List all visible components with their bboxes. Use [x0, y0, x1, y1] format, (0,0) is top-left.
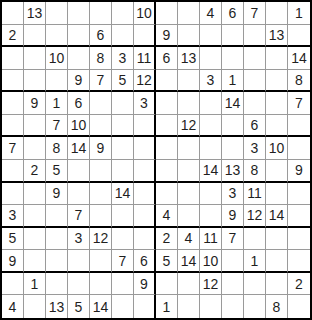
empty-cell-r7c6[interactable]: [112, 137, 134, 160]
empty-cell-r5c13[interactable]: [266, 92, 288, 115]
given-cell-r12c1: 9: [2, 250, 24, 273]
given-cell-r14c5: 14: [90, 295, 112, 318]
given-cell-r5c4: 6: [68, 92, 90, 115]
empty-cell-r8c7[interactable]: [134, 160, 156, 183]
empty-cell-r8c1[interactable]: [2, 160, 24, 183]
empty-cell-r12c4[interactable]: [68, 250, 90, 273]
given-cell-r8c3: 5: [46, 160, 68, 183]
given-cell-r3c3: 10: [46, 47, 68, 70]
empty-cell-r6c13[interactable]: [266, 115, 288, 138]
empty-cell-r1c13[interactable]: [266, 2, 288, 25]
empty-cell-r4c2[interactable]: [24, 70, 46, 93]
empty-cell-r3c10[interactable]: [200, 47, 222, 70]
empty-cell-r11c7[interactable]: [134, 228, 156, 251]
empty-cell-r12c11[interactable]: [222, 250, 244, 273]
empty-cell-r2c10[interactable]: [200, 25, 222, 48]
given-cell-r1c12: 7: [244, 2, 266, 25]
given-cell-r12c8: 5: [156, 250, 178, 273]
empty-cell-r13c13[interactable]: [266, 273, 288, 296]
given-cell-r11c9: 4: [178, 228, 200, 251]
empty-cell-r11c14[interactable]: [288, 228, 310, 251]
empty-cell-r6c5[interactable]: [90, 115, 112, 138]
empty-cell-r7c2[interactable]: [24, 137, 46, 160]
empty-cell-r9c8[interactable]: [156, 183, 178, 206]
empty-cell-r14c12[interactable]: [244, 295, 266, 318]
given-cell-r4c4: 9: [68, 70, 90, 93]
empty-cell-r6c1[interactable]: [2, 115, 24, 138]
empty-cell-r13c1[interactable]: [2, 273, 24, 296]
given-cell-r9c6: 14: [112, 183, 134, 206]
given-cell-r11c1: 5: [2, 228, 24, 251]
empty-cell-r7c7[interactable]: [134, 137, 156, 160]
given-cell-r8c2: 2: [24, 160, 46, 183]
given-cell-r5c3: 1: [46, 92, 68, 115]
empty-cell-r11c6[interactable]: [112, 228, 134, 251]
given-cell-r1c7: 10: [134, 2, 156, 25]
empty-cell-r5c1[interactable]: [2, 92, 24, 115]
given-cell-r2c5: 6: [90, 25, 112, 48]
given-cell-r10c13: 14: [266, 205, 288, 228]
empty-cell-r9c10[interactable]: [200, 183, 222, 206]
empty-cell-r13c12[interactable]: [244, 273, 266, 296]
empty-cell-r13c5[interactable]: [90, 273, 112, 296]
given-cell-r6c3: 7: [46, 115, 68, 138]
empty-cell-r1c9[interactable]: [178, 2, 200, 25]
empty-cell-r8c9[interactable]: [178, 160, 200, 183]
given-cell-r10c4: 7: [68, 205, 90, 228]
empty-cell-r5c5[interactable]: [90, 92, 112, 115]
empty-cell-r10c14[interactable]: [288, 205, 310, 228]
empty-cell-r6c10[interactable]: [200, 115, 222, 138]
empty-cell-r14c9[interactable]: [178, 295, 200, 318]
empty-cell-r9c14[interactable]: [288, 183, 310, 206]
empty-cell-r13c11[interactable]: [222, 273, 244, 296]
given-cell-r10c11: 9: [222, 205, 244, 228]
empty-cell-r13c4[interactable]: [68, 273, 90, 296]
given-cell-r8c10: 14: [200, 160, 222, 183]
given-cell-r8c14: 9: [288, 160, 310, 183]
empty-cell-r5c10[interactable]: [200, 92, 222, 115]
given-cell-r3c8: 6: [156, 47, 178, 70]
empty-cell-r14c6[interactable]: [112, 295, 134, 318]
given-cell-r4c5: 7: [90, 70, 112, 93]
given-cell-r6c4: 10: [68, 115, 90, 138]
empty-cell-r8c8[interactable]: [156, 160, 178, 183]
empty-cell-r10c9[interactable]: [178, 205, 200, 228]
given-cell-r9c12: 11: [244, 183, 266, 206]
given-cell-r1c10: 4: [200, 2, 222, 25]
given-cell-r9c3: 9: [46, 183, 68, 206]
given-cell-r5c7: 3: [134, 92, 156, 115]
empty-cell-r10c7[interactable]: [134, 205, 156, 228]
empty-cell-r2c4[interactable]: [68, 25, 90, 48]
empty-cell-r5c6[interactable]: [112, 92, 134, 115]
given-cell-r13c10: 12: [200, 273, 222, 296]
given-cell-r11c5: 12: [90, 228, 112, 251]
empty-cell-r14c14[interactable]: [288, 295, 310, 318]
given-cell-r7c5: 9: [90, 137, 112, 160]
given-cell-r1c14: 1: [288, 2, 310, 25]
empty-cell-r1c6[interactable]: [112, 2, 134, 25]
empty-cell-r6c14[interactable]: [288, 115, 310, 138]
empty-cell-r2c14[interactable]: [288, 25, 310, 48]
empty-cell-r3c13[interactable]: [266, 47, 288, 70]
empty-cell-r9c9[interactable]: [178, 183, 200, 206]
empty-cell-r1c5[interactable]: [90, 2, 112, 25]
empty-cell-r12c13[interactable]: [266, 250, 288, 273]
given-cell-r7c12: 3: [244, 137, 266, 160]
given-cell-r3c6: 3: [112, 47, 134, 70]
given-cell-r14c8: 1: [156, 295, 178, 318]
empty-cell-r6c7[interactable]: [134, 115, 156, 138]
given-cell-r4c11: 1: [222, 70, 244, 93]
empty-cell-r5c12[interactable]: [244, 92, 266, 115]
empty-cell-r7c8[interactable]: [156, 137, 178, 160]
given-cell-r9c11: 3: [222, 183, 244, 206]
given-cell-r14c3: 13: [46, 295, 68, 318]
empty-cell-r2c11[interactable]: [222, 25, 244, 48]
empty-cell-r8c4[interactable]: [68, 160, 90, 183]
given-cell-r5c14: 7: [288, 92, 310, 115]
empty-cell-r3c4[interactable]: [68, 47, 90, 70]
given-cell-r12c9: 14: [178, 250, 200, 273]
empty-cell-r10c10[interactable]: [200, 205, 222, 228]
given-cell-r4c6: 5: [112, 70, 134, 93]
empty-cell-r2c2[interactable]: [24, 25, 46, 48]
empty-cell-r9c5[interactable]: [90, 183, 112, 206]
empty-cell-r2c12[interactable]: [244, 25, 266, 48]
empty-cell-r3c1[interactable]: [2, 47, 24, 70]
empty-cell-r14c11[interactable]: [222, 295, 244, 318]
given-cell-r12c10: 10: [200, 250, 222, 273]
given-cell-r6c12: 6: [244, 115, 266, 138]
empty-cell-r6c2[interactable]: [24, 115, 46, 138]
given-cell-r2c13: 13: [266, 25, 288, 48]
empty-cell-r7c11[interactable]: [222, 137, 244, 160]
given-cell-r11c8: 2: [156, 228, 178, 251]
empty-cell-r4c1[interactable]: [2, 70, 24, 93]
given-cell-r4c14: 8: [288, 70, 310, 93]
given-cell-r11c4: 3: [68, 228, 90, 251]
empty-cell-r1c3[interactable]: [46, 2, 68, 25]
given-cell-r7c1: 7: [2, 137, 24, 160]
given-cell-r10c12: 12: [244, 205, 266, 228]
empty-cell-r7c10[interactable]: [200, 137, 222, 160]
empty-cell-r5c8[interactable]: [156, 92, 178, 115]
empty-cell-r5c9[interactable]: [178, 92, 200, 115]
empty-cell-r10c2[interactable]: [24, 205, 46, 228]
empty-cell-r1c1[interactable]: [2, 2, 24, 25]
given-cell-r3c9: 13: [178, 47, 200, 70]
given-cell-r5c2: 9: [24, 92, 46, 115]
given-cell-r1c11: 6: [222, 2, 244, 25]
empty-cell-r2c9[interactable]: [178, 25, 200, 48]
empty-cell-r4c13[interactable]: [266, 70, 288, 93]
empty-cell-r3c11[interactable]: [222, 47, 244, 70]
empty-cell-r10c3[interactable]: [46, 205, 68, 228]
empty-cell-r1c4[interactable]: [68, 2, 90, 25]
given-cell-r14c1: 4: [2, 295, 24, 318]
empty-cell-r11c12[interactable]: [244, 228, 266, 251]
given-cell-r1c2: 13: [24, 2, 46, 25]
empty-cell-r12c14[interactable]: [288, 250, 310, 273]
given-cell-r14c13: 8: [266, 295, 288, 318]
empty-cell-r10c5[interactable]: [90, 205, 112, 228]
given-cell-r3c5: 8: [90, 47, 112, 70]
given-cell-r14c4: 5: [68, 295, 90, 318]
empty-cell-r8c6[interactable]: [112, 160, 134, 183]
given-cell-r10c8: 4: [156, 205, 178, 228]
empty-cell-r12c5[interactable]: [90, 250, 112, 273]
given-cell-r3c7: 11: [134, 47, 156, 70]
empty-cell-r11c2[interactable]: [24, 228, 46, 251]
given-cell-r4c10: 3: [200, 70, 222, 93]
empty-cell-r2c6[interactable]: [112, 25, 134, 48]
empty-cell-r6c11[interactable]: [222, 115, 244, 138]
empty-cell-r9c1[interactable]: [2, 183, 24, 206]
given-cell-r10c1: 3: [2, 205, 24, 228]
empty-cell-r3c2[interactable]: [24, 47, 46, 70]
empty-cell-r7c9[interactable]: [178, 137, 200, 160]
empty-cell-r9c13[interactable]: [266, 183, 288, 206]
given-cell-r4c7: 12: [134, 70, 156, 93]
empty-cell-r13c3[interactable]: [46, 273, 68, 296]
empty-cell-r13c8[interactable]: [156, 273, 178, 296]
empty-cell-r2c7[interactable]: [134, 25, 156, 48]
empty-cell-r1c8[interactable]: [156, 2, 178, 25]
empty-cell-r12c3[interactable]: [46, 250, 68, 273]
empty-cell-r4c12[interactable]: [244, 70, 266, 93]
given-cell-r3c14: 14: [288, 47, 310, 70]
given-cell-r8c12: 8: [244, 160, 266, 183]
given-cell-r8c11: 13: [222, 160, 244, 183]
given-cell-r11c10: 11: [200, 228, 222, 251]
given-cell-r2c1: 2: [2, 25, 24, 48]
empty-cell-r9c2[interactable]: [24, 183, 46, 206]
empty-cell-r3c12[interactable]: [244, 47, 266, 70]
given-cell-r13c14: 2: [288, 273, 310, 296]
given-cell-r7c13: 10: [266, 137, 288, 160]
empty-cell-r12c2[interactable]: [24, 250, 46, 273]
empty-cell-r8c13[interactable]: [266, 160, 288, 183]
empty-cell-r9c4[interactable]: [68, 183, 90, 206]
given-cell-r7c4: 14: [68, 137, 90, 160]
empty-cell-r6c8[interactable]: [156, 115, 178, 138]
empty-cell-r13c9[interactable]: [178, 273, 200, 296]
empty-cell-r14c10[interactable]: [200, 295, 222, 318]
empty-cell-r4c3[interactable]: [46, 70, 68, 93]
given-cell-r13c2: 1: [24, 273, 46, 296]
given-cell-r7c3: 8: [46, 137, 68, 160]
empty-cell-r4c8[interactable]: [156, 70, 178, 93]
empty-cell-r14c7[interactable]: [134, 295, 156, 318]
empty-cell-r11c3[interactable]: [46, 228, 68, 251]
empty-cell-r11c13[interactable]: [266, 228, 288, 251]
given-cell-r2c8: 9: [156, 25, 178, 48]
empty-cell-r8c5[interactable]: [90, 160, 112, 183]
empty-cell-r7c14[interactable]: [288, 137, 310, 160]
given-cell-r12c6: 7: [112, 250, 134, 273]
empty-cell-r6c6[interactable]: [112, 115, 134, 138]
empty-cell-r2c3[interactable]: [46, 25, 68, 48]
given-cell-r5c11: 14: [222, 92, 244, 115]
given-cell-r6c9: 12: [178, 115, 200, 138]
empty-cell-r10c6[interactable]: [112, 205, 134, 228]
empty-cell-r13c6[interactable]: [112, 273, 134, 296]
given-cell-r11c11: 7: [222, 228, 244, 251]
empty-cell-r14c2[interactable]: [24, 295, 46, 318]
sudoku-board: 1310467126913108311613149751231891631477…: [0, 0, 312, 320]
given-cell-r12c7: 6: [134, 250, 156, 273]
empty-cell-r9c7[interactable]: [134, 183, 156, 206]
empty-cell-r4c9[interactable]: [178, 70, 200, 93]
given-cell-r13c7: 9: [134, 273, 156, 296]
given-cell-r12c12: 1: [244, 250, 266, 273]
